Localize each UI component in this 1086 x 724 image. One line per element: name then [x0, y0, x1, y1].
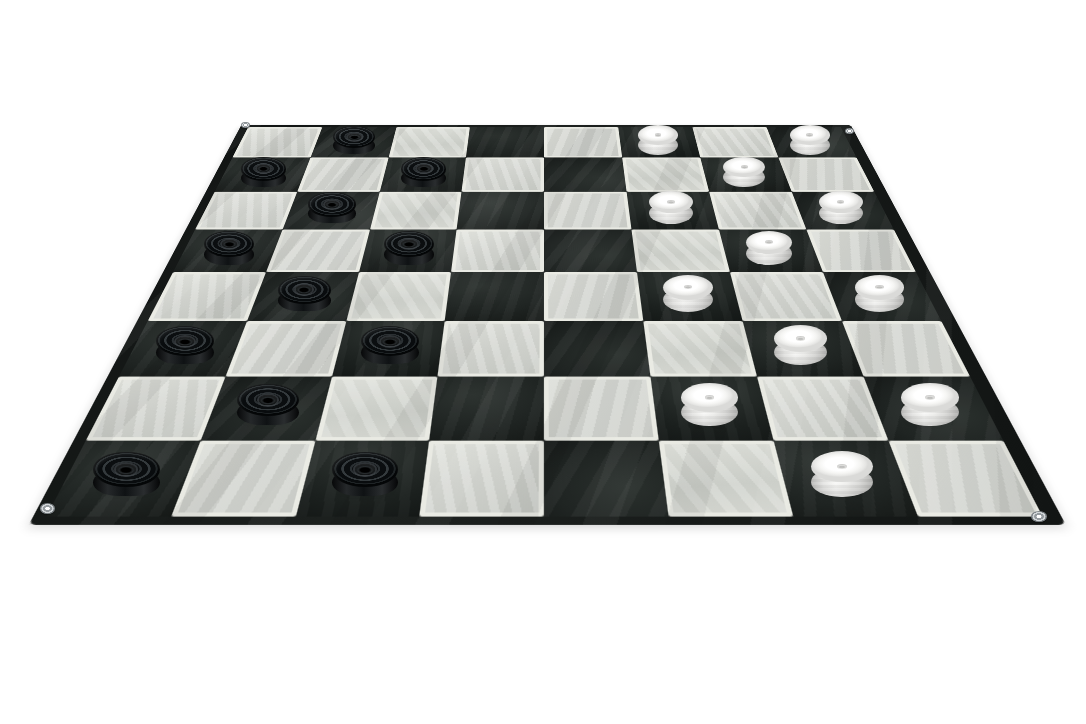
checkers-board: [46, 127, 1041, 516]
square-r1c4: [466, 127, 544, 157]
square-r6c5: [544, 321, 650, 377]
square-r3c1: [195, 191, 297, 229]
square-r6c4: [438, 321, 544, 377]
square-r5c3: [346, 272, 451, 321]
square-r6c6: [643, 321, 757, 377]
square-r4c4: [451, 229, 544, 272]
square-r5c2: [247, 272, 359, 321]
square-r5c8: [822, 272, 940, 321]
grommet-bottom-left: [40, 503, 55, 514]
square-r5c1: [148, 272, 266, 321]
grommet-bottom-right: [1031, 511, 1047, 522]
square-r4c3: [358, 229, 456, 272]
square-r6c3: [331, 321, 445, 377]
square-r8c6: [659, 441, 793, 516]
square-r3c8: [791, 191, 893, 229]
square-r5c5: [544, 272, 643, 321]
square-r1c5: [544, 127, 622, 157]
square-r8c4: [420, 441, 544, 516]
square-r2c3: [379, 157, 466, 191]
square-r7c8: [863, 376, 1003, 440]
square-r2c1: [215, 157, 311, 191]
square-r2c7: [700, 157, 791, 191]
square-r4c8: [806, 229, 915, 272]
square-r6c8: [841, 321, 969, 377]
square-r4c7: [719, 229, 823, 272]
product-photo-scene: [0, 0, 1086, 724]
square-r4c6: [631, 229, 729, 272]
square-r3c2: [282, 191, 379, 229]
square-r4c2: [266, 229, 370, 272]
square-r1c8: [766, 127, 856, 157]
square-r1c3: [388, 127, 470, 157]
square-r3c7: [709, 191, 806, 229]
square-r4c5: [544, 229, 637, 272]
square-r4c1: [173, 229, 282, 272]
square-r2c4: [462, 157, 544, 191]
grommet-top-right: [845, 128, 854, 134]
square-r3c4: [457, 191, 544, 229]
square-r1c2: [310, 127, 396, 157]
square-r6c2: [225, 321, 346, 377]
square-r8c3: [295, 441, 429, 516]
square-r7c4: [429, 376, 544, 440]
square-r3c5: [544, 191, 631, 229]
square-r2c8: [778, 157, 874, 191]
square-r3c6: [626, 191, 718, 229]
square-r2c5: [544, 157, 626, 191]
checkers-mat: [29, 125, 1065, 524]
square-r8c5: [544, 441, 668, 516]
square-r5c6: [637, 272, 742, 321]
square-r2c6: [622, 157, 709, 191]
square-r1c7: [692, 127, 778, 157]
square-r1c6: [618, 127, 700, 157]
square-r1c1: [232, 127, 322, 157]
square-r3c3: [369, 191, 461, 229]
square-r5c4: [445, 272, 544, 321]
square-r7c6: [650, 376, 773, 440]
square-r2c2: [297, 157, 388, 191]
square-r7c5: [544, 376, 659, 440]
grommet-top-left: [241, 122, 250, 128]
square-r7c3: [315, 376, 438, 440]
